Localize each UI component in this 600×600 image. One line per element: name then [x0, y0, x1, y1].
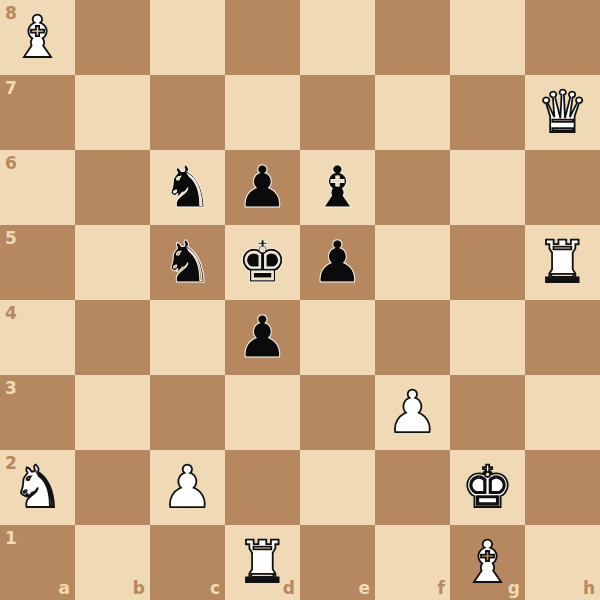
square-f7[interactable] — [375, 75, 450, 150]
square-d7[interactable] — [225, 75, 300, 150]
square-d4[interactable]: ♟ — [225, 300, 300, 375]
square-g3[interactable] — [450, 375, 525, 450]
square-b3[interactable] — [75, 375, 150, 450]
square-h7[interactable]: ♛ — [525, 75, 600, 150]
square-c6[interactable]: ♞ — [150, 150, 225, 225]
rank-label-5: 5 — [5, 228, 17, 248]
square-a7[interactable]: 7 — [0, 75, 75, 150]
square-e7[interactable] — [300, 75, 375, 150]
square-b8[interactable] — [75, 0, 150, 75]
white-pawn[interactable]: ♟ — [150, 450, 225, 525]
black-knight[interactable]: ♞ — [150, 225, 225, 300]
square-h6[interactable] — [525, 150, 600, 225]
square-e4[interactable] — [300, 300, 375, 375]
square-g2[interactable]: ♚ — [450, 450, 525, 525]
file-label-e: e — [358, 578, 370, 598]
white-pawn[interactable]: ♟ — [375, 375, 450, 450]
square-b4[interactable] — [75, 300, 150, 375]
square-g4[interactable] — [450, 300, 525, 375]
square-e1[interactable]: e — [300, 525, 375, 600]
square-e2[interactable] — [300, 450, 375, 525]
black-pawn[interactable]: ♟ — [225, 300, 300, 375]
white-knight[interactable]: ♞ — [0, 450, 75, 525]
square-a5[interactable]: 5 — [0, 225, 75, 300]
rank-label-6: 6 — [5, 153, 17, 173]
white-rook[interactable]: ♜ — [225, 525, 300, 600]
square-g6[interactable] — [450, 150, 525, 225]
square-a2[interactable]: 2♞ — [0, 450, 75, 525]
square-f6[interactable] — [375, 150, 450, 225]
file-label-h: h — [583, 578, 595, 598]
square-h1[interactable]: h — [525, 525, 600, 600]
white-bishop[interactable]: ♝ — [0, 0, 75, 75]
square-c4[interactable] — [150, 300, 225, 375]
square-a3[interactable]: 3 — [0, 375, 75, 450]
square-a8[interactable]: 8♝ — [0, 0, 75, 75]
square-f5[interactable] — [375, 225, 450, 300]
square-g8[interactable] — [450, 0, 525, 75]
black-king[interactable]: ♚ — [225, 225, 300, 300]
square-d2[interactable] — [225, 450, 300, 525]
square-d3[interactable] — [225, 375, 300, 450]
square-e5[interactable]: ♟ — [300, 225, 375, 300]
white-queen[interactable]: ♛ — [525, 75, 600, 150]
black-bishop[interactable]: ♝ — [300, 150, 375, 225]
rank-label-3: 3 — [5, 378, 17, 398]
square-a6[interactable]: 6 — [0, 150, 75, 225]
square-e6[interactable]: ♝ — [300, 150, 375, 225]
square-h5[interactable]: ♜ — [525, 225, 600, 300]
black-pawn[interactable]: ♟ — [300, 225, 375, 300]
square-b6[interactable] — [75, 150, 150, 225]
square-d6[interactable]: ♟ — [225, 150, 300, 225]
file-label-a: a — [59, 578, 70, 598]
rank-label-4: 4 — [5, 303, 17, 323]
square-g1[interactable]: g♝ — [450, 525, 525, 600]
square-b2[interactable] — [75, 450, 150, 525]
square-h8[interactable] — [525, 0, 600, 75]
chess-board: 8♝7♛6♞♟♝5♞♚♟♜4♟3♟2♞♟♚1abcd♜efg♝h — [0, 0, 600, 600]
black-knight[interactable]: ♞ — [150, 150, 225, 225]
square-f2[interactable] — [375, 450, 450, 525]
square-d5[interactable]: ♚ — [225, 225, 300, 300]
square-f1[interactable]: f — [375, 525, 450, 600]
square-c1[interactable]: c — [150, 525, 225, 600]
white-rook[interactable]: ♜ — [525, 225, 600, 300]
square-h4[interactable] — [525, 300, 600, 375]
white-bishop[interactable]: ♝ — [450, 525, 525, 600]
square-c8[interactable] — [150, 0, 225, 75]
square-b5[interactable] — [75, 225, 150, 300]
square-c2[interactable]: ♟ — [150, 450, 225, 525]
square-f4[interactable] — [375, 300, 450, 375]
file-label-b: b — [133, 578, 145, 598]
file-label-c: c — [210, 578, 220, 598]
square-f3[interactable]: ♟ — [375, 375, 450, 450]
square-c5[interactable]: ♞ — [150, 225, 225, 300]
rank-label-7: 7 — [5, 78, 17, 98]
square-a1[interactable]: 1a — [0, 525, 75, 600]
square-f8[interactable] — [375, 0, 450, 75]
white-king[interactable]: ♚ — [450, 450, 525, 525]
square-d8[interactable] — [225, 0, 300, 75]
black-pawn[interactable]: ♟ — [225, 150, 300, 225]
square-g5[interactable] — [450, 225, 525, 300]
square-e8[interactable] — [300, 0, 375, 75]
square-c7[interactable] — [150, 75, 225, 150]
square-e3[interactable] — [300, 375, 375, 450]
square-b7[interactable] — [75, 75, 150, 150]
square-b1[interactable]: b — [75, 525, 150, 600]
square-a4[interactable]: 4 — [0, 300, 75, 375]
square-c3[interactable] — [150, 375, 225, 450]
square-h3[interactable] — [525, 375, 600, 450]
square-h2[interactable] — [525, 450, 600, 525]
square-d1[interactable]: d♜ — [225, 525, 300, 600]
square-g7[interactable] — [450, 75, 525, 150]
file-label-f: f — [438, 578, 445, 598]
rank-label-1: 1 — [5, 528, 17, 548]
